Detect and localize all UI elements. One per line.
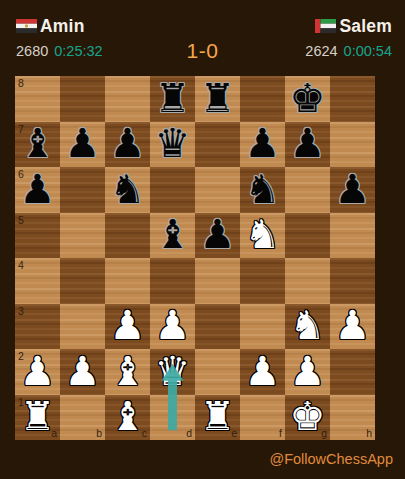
piece-white-pawn: ♟ (150, 303, 195, 349)
black-player-name-row: Salem (305, 16, 392, 36)
rank-label-8: 8 (18, 78, 24, 89)
piece-white-rook: ♜ (195, 394, 240, 440)
square-f6[interactable]: ♞ (240, 167, 285, 213)
square-g2[interactable]: ♟ (285, 349, 330, 395)
piece-white-bishop: ♝ (105, 348, 150, 394)
square-d7[interactable]: ♛ (150, 122, 195, 168)
player-black-panel: Salem 26240:00:54 (305, 16, 392, 59)
square-h4[interactable] (330, 258, 375, 304)
piece-white-knight: ♞ (240, 212, 285, 258)
white-player-name: Amin (40, 16, 85, 37)
square-c1[interactable]: c♝ (105, 395, 150, 441)
square-f3[interactable] (240, 304, 285, 350)
piece-black-queen: ♛ (150, 121, 195, 167)
square-e7[interactable] (195, 122, 240, 168)
piece-black-pawn: ♟ (195, 212, 240, 258)
square-b4[interactable] (60, 258, 105, 304)
square-g3[interactable]: ♞ (285, 304, 330, 350)
square-g4[interactable] (285, 258, 330, 304)
square-h2[interactable] (330, 349, 375, 395)
rank-label-3: 3 (18, 306, 24, 317)
piece-black-rook: ♜ (150, 75, 195, 121)
square-f8[interactable] (240, 76, 285, 122)
file-label-d: d (186, 428, 192, 439)
piece-black-bishop: ♝ (15, 121, 60, 167)
white-player-name-row: Amin (16, 16, 103, 36)
square-c4[interactable] (105, 258, 150, 304)
square-e3[interactable] (195, 304, 240, 350)
square-f1[interactable]: f (240, 395, 285, 441)
piece-white-pawn: ♟ (330, 303, 375, 349)
square-g8[interactable]: ♚ (285, 76, 330, 122)
square-e8[interactable]: ♜ (195, 76, 240, 122)
square-h6[interactable]: ♟ (330, 167, 375, 213)
square-c6[interactable]: ♞ (105, 167, 150, 213)
rank-label-4: 4 (18, 260, 24, 271)
square-a6[interactable]: 6♟ (15, 167, 60, 213)
square-a1[interactable]: 1a♜ (15, 395, 60, 441)
egypt-flag-icon (16, 19, 37, 33)
file-label-b: b (96, 428, 102, 439)
square-c8[interactable] (105, 76, 150, 122)
square-g5[interactable] (285, 213, 330, 259)
square-d1[interactable]: d (150, 395, 195, 441)
square-d4[interactable] (150, 258, 195, 304)
square-g1[interactable]: g♚ (285, 395, 330, 441)
square-g7[interactable]: ♟ (285, 122, 330, 168)
square-e2[interactable] (195, 349, 240, 395)
square-e5[interactable]: ♟ (195, 213, 240, 259)
square-f7[interactable]: ♟ (240, 122, 285, 168)
piece-white-bishop: ♝ (105, 394, 150, 440)
piece-black-knight: ♞ (105, 166, 150, 212)
rank-label-5: 5 (18, 215, 24, 226)
black-player-info: 26240:00:54 (305, 43, 392, 59)
piece-white-pawn: ♟ (105, 303, 150, 349)
square-a3[interactable]: 3 (15, 304, 60, 350)
piece-white-pawn: ♟ (240, 348, 285, 394)
square-b2[interactable]: ♟ (60, 349, 105, 395)
square-f4[interactable] (240, 258, 285, 304)
square-f5[interactable]: ♞ (240, 213, 285, 259)
square-e1[interactable]: e♜ (195, 395, 240, 441)
square-a2[interactable]: 2♟ (15, 349, 60, 395)
square-c2[interactable]: ♝ (105, 349, 150, 395)
watermark: @FollowChessApp (269, 451, 393, 467)
square-b1[interactable]: b (60, 395, 105, 441)
piece-black-pawn: ♟ (330, 166, 375, 212)
file-label-h: h (366, 428, 372, 439)
piece-black-knight: ♞ (240, 166, 285, 212)
square-a7[interactable]: 7♝ (15, 122, 60, 168)
square-h7[interactable] (330, 122, 375, 168)
square-a5[interactable]: 5 (15, 213, 60, 259)
square-c7[interactable]: ♟ (105, 122, 150, 168)
square-d6[interactable] (150, 167, 195, 213)
follow-chess-screen: Amin 26800:25:32 1-0 Salem 26240:00:54 8… (0, 0, 405, 479)
piece-white-pawn: ♟ (60, 348, 105, 394)
square-d8[interactable]: ♜ (150, 76, 195, 122)
square-b5[interactable] (60, 213, 105, 259)
piece-black-pawn: ♟ (240, 121, 285, 167)
black-player-name: Salem (339, 16, 392, 37)
black-player-clock: 0:00:54 (344, 43, 392, 59)
piece-black-pawn: ♟ (15, 166, 60, 212)
piece-black-pawn: ♟ (285, 121, 330, 167)
piece-white-queen: ♛ (150, 348, 195, 394)
square-d2[interactable]: ♛ (150, 349, 195, 395)
piece-white-king: ♚ (285, 394, 330, 440)
square-d5[interactable]: ♝ (150, 213, 195, 259)
square-b6[interactable] (60, 167, 105, 213)
square-f2[interactable]: ♟ (240, 349, 285, 395)
piece-black-pawn: ♟ (105, 121, 150, 167)
square-a4[interactable]: 4 (15, 258, 60, 304)
piece-white-rook: ♜ (15, 394, 60, 440)
square-h5[interactable] (330, 213, 375, 259)
square-b3[interactable] (60, 304, 105, 350)
square-g6[interactable] (285, 167, 330, 213)
piece-black-pawn: ♟ (60, 121, 105, 167)
square-b8[interactable] (60, 76, 105, 122)
uae-flag-icon (315, 19, 336, 33)
piece-white-knight: ♞ (285, 303, 330, 349)
piece-white-pawn: ♟ (285, 348, 330, 394)
square-e6[interactable] (195, 167, 240, 213)
black-player-rating: 2624 (305, 43, 337, 59)
square-b7[interactable]: ♟ (60, 122, 105, 168)
chess-board: 8♜♜♚7♝♟♟♛♟♟6♟♞♞♟5♝♟♞43♟♟♞♟2♟♟♝♛♟♟1a♜bc♝d… (15, 76, 375, 440)
square-a8[interactable]: 8 (15, 76, 60, 122)
square-d3[interactable]: ♟ (150, 304, 195, 350)
square-h8[interactable] (330, 76, 375, 122)
square-h3[interactable]: ♟ (330, 304, 375, 350)
square-c5[interactable] (105, 213, 150, 259)
piece-white-pawn: ♟ (15, 348, 60, 394)
piece-black-king: ♚ (285, 75, 330, 121)
square-e4[interactable] (195, 258, 240, 304)
square-c3[interactable]: ♟ (105, 304, 150, 350)
piece-black-bishop: ♝ (150, 212, 195, 258)
file-label-f: f (279, 428, 282, 439)
square-h1[interactable]: h (330, 395, 375, 441)
piece-black-rook: ♜ (195, 75, 240, 121)
